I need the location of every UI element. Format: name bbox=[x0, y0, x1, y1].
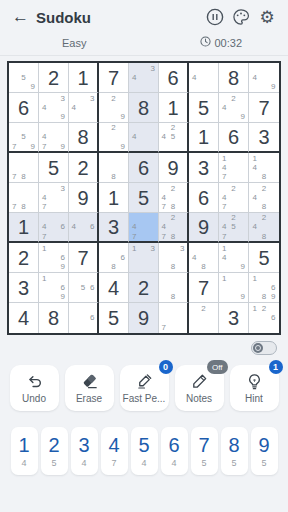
numpad-8[interactable]: 85 bbox=[221, 427, 248, 475]
pencil-marks: 4 bbox=[190, 64, 218, 92]
pencil-marks: 169 bbox=[40, 244, 68, 272]
cell-r1c5[interactable]: 34 bbox=[129, 63, 159, 93]
digit: 3 bbox=[258, 127, 269, 147]
cell-r9c7[interactable]: 2 bbox=[189, 303, 219, 333]
pencil-marks: 34 bbox=[130, 64, 158, 92]
pencil-marks: 6 bbox=[69, 304, 97, 332]
cell-r3c8[interactable]: 6 bbox=[219, 123, 249, 153]
digit: 2 bbox=[138, 278, 149, 298]
pencil-marks: 59 bbox=[10, 64, 38, 92]
pause-icon bbox=[205, 7, 225, 27]
pencil-marks: 34 bbox=[69, 94, 97, 122]
cell-r8c6[interactable]: 8 bbox=[159, 273, 189, 303]
notes-badge: Off bbox=[207, 360, 228, 374]
numpad-6[interactable]: 64 bbox=[161, 427, 188, 475]
cell-r7c5[interactable]: 13 bbox=[129, 243, 159, 273]
pencil-marks: 147 bbox=[220, 154, 248, 182]
digit: 2 bbox=[48, 68, 59, 88]
sudoku-board: 5921734648496349342981524975794798294245… bbox=[7, 61, 281, 335]
numpad-count: 5 bbox=[261, 459, 266, 468]
cell-r3c1[interactable]: 579 bbox=[9, 123, 39, 153]
undo-button[interactable]: Undo bbox=[10, 365, 59, 411]
digit: 8 bbox=[138, 98, 149, 118]
cell-r7c9[interactable]: 5 bbox=[249, 243, 279, 273]
numpad-digit: 3 bbox=[78, 435, 89, 455]
digit: 6 bbox=[228, 127, 239, 147]
cell-r7c3[interactable]: 7 bbox=[69, 243, 99, 273]
fast-pencil-icon bbox=[135, 372, 154, 391]
cell-r5c7[interactable]: 6 bbox=[189, 183, 219, 213]
digit: 4 bbox=[18, 308, 29, 328]
notes-label: Notes bbox=[186, 393, 212, 404]
cell-r7c1[interactable]: 2 bbox=[9, 243, 39, 273]
pencil-marks: 579 bbox=[10, 123, 38, 151]
cell-r6c9[interactable]: 248 bbox=[249, 213, 279, 243]
pencil-marks: 249 bbox=[220, 94, 248, 122]
pencil-marks: 78 bbox=[10, 154, 38, 182]
cell-r6c1[interactable]: 1 bbox=[9, 213, 39, 243]
pencil-marks: 29 bbox=[100, 123, 128, 151]
cell-r8c4[interactable]: 4 bbox=[99, 273, 129, 303]
cell-r9c5[interactable]: 9 bbox=[129, 303, 159, 333]
cell-r5c8[interactable]: 247 bbox=[219, 183, 249, 213]
digit: 5 bbox=[258, 248, 269, 268]
pencil-marks: 1689 bbox=[250, 274, 278, 302]
erase-label: Erase bbox=[76, 393, 102, 404]
cell-r5c6[interactable]: 2478 bbox=[159, 183, 189, 213]
cell-r8c2[interactable]: 169 bbox=[39, 273, 69, 303]
toolbar: Undo Erase 0 Fast Pe... Off bbox=[0, 365, 288, 411]
pencil-marks: 4 bbox=[130, 123, 158, 151]
back-arrow-icon[interactable]: ← bbox=[12, 7, 36, 27]
page-title: Sudoku bbox=[36, 9, 91, 26]
digit: 7 bbox=[198, 278, 209, 298]
cell-r5c4[interactable]: 1 bbox=[99, 183, 129, 213]
digit: 6 bbox=[18, 98, 29, 118]
pencil-marks: 56 bbox=[69, 274, 97, 302]
digit: 4 bbox=[108, 278, 119, 298]
numpad-2[interactable]: 25 bbox=[41, 427, 68, 475]
cell-r2c1[interactable]: 6 bbox=[9, 93, 39, 123]
cell-r4c3[interactable]: 2 bbox=[69, 153, 99, 183]
digit: 3 bbox=[198, 158, 209, 178]
cell-r7c4[interactable]: 68 bbox=[99, 243, 129, 273]
cell-r3c4[interactable]: 29 bbox=[99, 123, 129, 153]
numpad-4[interactable]: 47 bbox=[101, 427, 128, 475]
digit: 3 bbox=[18, 278, 29, 298]
header: ← Sudoku ⚙ bbox=[0, 0, 288, 34]
theme-button[interactable] bbox=[228, 4, 254, 30]
difficulty-label: Easy bbox=[62, 37, 86, 49]
digit: 6 bbox=[167, 68, 178, 88]
digit: 7 bbox=[108, 68, 119, 88]
cell-r6c4[interactable]: 3 bbox=[99, 213, 129, 243]
cell-r2c6[interactable]: 1 bbox=[159, 93, 189, 123]
pencil-marks: 248 bbox=[250, 184, 278, 212]
notes-pencil-icon bbox=[190, 372, 209, 391]
cell-r8c8[interactable]: 19 bbox=[219, 273, 249, 303]
numpad-digit: 7 bbox=[198, 435, 209, 455]
palette-icon bbox=[231, 7, 251, 27]
cell-r1c6[interactable]: 6 bbox=[159, 63, 189, 93]
pencil-marks: 248 bbox=[250, 213, 278, 241]
cell-r1c8[interactable]: 8 bbox=[219, 63, 249, 93]
numpad-3[interactable]: 34 bbox=[71, 427, 98, 475]
pencil-marks: 47 bbox=[130, 213, 158, 241]
clock-icon bbox=[200, 36, 211, 49]
pencil-marks: 19 bbox=[220, 274, 248, 302]
timer-value: 00:32 bbox=[214, 37, 242, 49]
pencil-marks: 8 bbox=[159, 274, 187, 302]
cell-r6c3[interactable]: 46 bbox=[69, 213, 99, 243]
cell-r9c2[interactable]: 8 bbox=[39, 303, 69, 333]
number-pad: 142534475464758595 bbox=[0, 427, 288, 475]
numpad-digit: 2 bbox=[48, 435, 59, 455]
timer: 00:32 bbox=[200, 36, 242, 49]
fast-pencil-button[interactable]: 0 Fast Pe... bbox=[120, 365, 169, 411]
digit: 8 bbox=[48, 308, 59, 328]
digit: 1 bbox=[77, 68, 88, 88]
digit: 5 bbox=[198, 98, 209, 118]
pencil-marks: 467 bbox=[40, 213, 68, 241]
pencil-marks: 247 bbox=[220, 184, 248, 212]
digit: 2 bbox=[77, 158, 88, 178]
digit: 9 bbox=[198, 217, 209, 237]
digit: 5 bbox=[138, 188, 149, 208]
cell-r2c9[interactable]: 7 bbox=[249, 93, 279, 123]
digit: 9 bbox=[167, 158, 178, 178]
pencil-marks: 8 bbox=[100, 154, 128, 182]
cell-r7c7[interactable]: 48 bbox=[189, 243, 219, 273]
cell-r6c6[interactable]: 2478 bbox=[159, 213, 189, 243]
hint-badge: 1 bbox=[269, 360, 283, 374]
cell-r4c2[interactable]: 5 bbox=[39, 153, 69, 183]
digit: 1 bbox=[18, 217, 29, 237]
cell-r7c6[interactable]: 38 bbox=[159, 243, 189, 273]
cell-r4c6[interactable]: 9 bbox=[159, 153, 189, 183]
cell-r6c7[interactable]: 9 bbox=[189, 213, 219, 243]
pencil-marks: 49 bbox=[250, 64, 278, 92]
cell-r9c9[interactable]: 126 bbox=[249, 303, 279, 333]
cell-r1c9[interactable]: 49 bbox=[249, 63, 279, 93]
toggle-row bbox=[0, 341, 277, 355]
digit: 6 bbox=[138, 158, 149, 178]
eraser-icon bbox=[80, 372, 99, 391]
cell-r1c1[interactable]: 59 bbox=[9, 63, 39, 93]
numpad-count: 4 bbox=[171, 459, 176, 468]
cell-r2c4[interactable]: 29 bbox=[99, 93, 129, 123]
cell-r2c3[interactable]: 34 bbox=[69, 93, 99, 123]
cell-r8c1[interactable]: 3 bbox=[9, 273, 39, 303]
cell-r4c5[interactable]: 6 bbox=[129, 153, 159, 183]
numpad-digit: 1 bbox=[18, 435, 29, 455]
pencil-marks: 347 bbox=[40, 184, 68, 212]
cell-r4c1[interactable]: 78 bbox=[9, 153, 39, 183]
numpad-count: 7 bbox=[111, 459, 116, 468]
numpad-5[interactable]: 54 bbox=[131, 427, 158, 475]
cell-r9c1[interactable]: 4 bbox=[9, 303, 39, 333]
numpad-count: 5 bbox=[201, 459, 206, 468]
numpad-count: 5 bbox=[51, 459, 56, 468]
cell-r2c7[interactable]: 5 bbox=[189, 93, 219, 123]
lightbulb-icon bbox=[245, 372, 264, 391]
pencil-marks: 245 bbox=[159, 123, 187, 151]
digit: 3 bbox=[228, 308, 239, 328]
numpad-digit: 9 bbox=[258, 435, 269, 455]
cell-r5c5[interactable]: 5 bbox=[129, 183, 159, 213]
settings-button[interactable]: ⚙ bbox=[254, 4, 280, 30]
cell-r1c7[interactable]: 4 bbox=[189, 63, 219, 93]
numpad-count: 4 bbox=[141, 459, 146, 468]
cell-r1c2[interactable]: 2 bbox=[39, 63, 69, 93]
digit: 8 bbox=[228, 68, 239, 88]
cell-r6c5[interactable]: 47 bbox=[129, 213, 159, 243]
cell-r9c8[interactable]: 3 bbox=[219, 303, 249, 333]
cell-r3c6[interactable]: 245 bbox=[159, 123, 189, 153]
digit: 5 bbox=[48, 158, 59, 178]
pencil-marks: 78 bbox=[10, 184, 38, 212]
cell-r4c9[interactable]: 148 bbox=[249, 153, 279, 183]
cell-r5c1[interactable]: 78 bbox=[9, 183, 39, 213]
numpad-count: 5 bbox=[231, 459, 236, 468]
fast-pencil-badge: 0 bbox=[159, 360, 173, 374]
pencil-marks: 126 bbox=[250, 304, 278, 332]
pencil-marks: 2457 bbox=[220, 213, 248, 241]
pencil-marks: 2478 bbox=[159, 184, 187, 212]
cell-r2c2[interactable]: 349 bbox=[39, 93, 69, 123]
digit: 3 bbox=[108, 217, 119, 237]
cell-r6c8[interactable]: 2457 bbox=[219, 213, 249, 243]
digit: 1 bbox=[167, 98, 178, 118]
cell-r4c8[interactable]: 147 bbox=[219, 153, 249, 183]
cell-r3c9[interactable]: 3 bbox=[249, 123, 279, 153]
cell-r3c2[interactable]: 479 bbox=[39, 123, 69, 153]
pencil-marks: 479 bbox=[40, 123, 68, 151]
cell-r4c4[interactable]: 8 bbox=[99, 153, 129, 183]
pencil-marks: 68 bbox=[100, 244, 128, 272]
numpad-digit: 5 bbox=[138, 435, 149, 455]
pencil-marks: 2 bbox=[190, 304, 218, 332]
cell-r2c8[interactable]: 249 bbox=[219, 93, 249, 123]
toggle-switch[interactable] bbox=[251, 341, 277, 355]
numpad-digit: 4 bbox=[108, 435, 119, 455]
cell-r9c4[interactable]: 5 bbox=[99, 303, 129, 333]
pencil-marks: 38 bbox=[159, 244, 187, 272]
digit: 1 bbox=[108, 188, 119, 208]
cell-r3c5[interactable]: 4 bbox=[129, 123, 159, 153]
numpad-7[interactable]: 75 bbox=[191, 427, 218, 475]
digit: 5 bbox=[108, 308, 119, 328]
cell-r2c5[interactable]: 8 bbox=[129, 93, 159, 123]
undo-icon bbox=[25, 372, 44, 391]
numpad-digit: 8 bbox=[228, 435, 239, 455]
hint-label: Hint bbox=[245, 393, 263, 404]
cell-r8c5[interactable]: 2 bbox=[129, 273, 159, 303]
numpad-count: 4 bbox=[21, 459, 26, 468]
numpad-9[interactable]: 95 bbox=[251, 427, 278, 475]
digit: 7 bbox=[77, 248, 88, 268]
digit: 1 bbox=[198, 127, 209, 147]
cell-r6c2[interactable]: 467 bbox=[39, 213, 69, 243]
pencil-marks: 46 bbox=[69, 213, 97, 241]
cell-r7c2[interactable]: 169 bbox=[39, 243, 69, 273]
pencil-marks: 48 bbox=[190, 244, 218, 272]
fast-pencil-label: Fast Pe... bbox=[123, 393, 166, 404]
gear-icon: ⚙ bbox=[259, 9, 274, 26]
numpad-count: 4 bbox=[81, 459, 86, 468]
cell-r5c2[interactable]: 347 bbox=[39, 183, 69, 213]
pencil-marks: 169 bbox=[40, 274, 68, 302]
erase-button[interactable]: Erase bbox=[65, 365, 114, 411]
cell-r8c9[interactable]: 1689 bbox=[249, 273, 279, 303]
cell-r5c3[interactable]: 9 bbox=[69, 183, 99, 213]
pencil-marks: 148 bbox=[250, 154, 278, 182]
pencil-marks: 7 bbox=[159, 304, 187, 332]
cell-r8c3[interactable]: 56 bbox=[69, 273, 99, 303]
toggle-knob bbox=[253, 343, 263, 353]
cell-r3c7[interactable]: 1 bbox=[189, 123, 219, 153]
cell-r1c4[interactable]: 7 bbox=[99, 63, 129, 93]
numpad-1[interactable]: 14 bbox=[11, 427, 38, 475]
pencil-marks: 2478 bbox=[159, 213, 187, 241]
cell-r9c6[interactable]: 7 bbox=[159, 303, 189, 333]
digit: 8 bbox=[77, 127, 88, 147]
numpad-digit: 6 bbox=[168, 435, 179, 455]
pencil-marks: 29 bbox=[100, 94, 128, 122]
cell-r3c3[interactable]: 8 bbox=[69, 123, 99, 153]
cell-r9c3[interactable]: 6 bbox=[69, 303, 99, 333]
pencil-marks: 13 bbox=[130, 244, 158, 272]
pencil-marks: 349 bbox=[40, 94, 68, 122]
undo-label: Undo bbox=[22, 393, 46, 404]
digit: 2 bbox=[18, 248, 29, 268]
status-bar: Easy 00:32 bbox=[0, 34, 288, 56]
cell-r5c9[interactable]: 248 bbox=[249, 183, 279, 213]
cell-r8c7[interactable]: 7 bbox=[189, 273, 219, 303]
digit: 9 bbox=[77, 188, 88, 208]
digit: 9 bbox=[138, 308, 149, 328]
digit: 6 bbox=[198, 188, 209, 208]
cell-r7c8[interactable]: 149 bbox=[219, 243, 249, 273]
cell-r4c7[interactable]: 3 bbox=[189, 153, 219, 183]
digit: 7 bbox=[258, 98, 269, 118]
pencil-marks: 149 bbox=[220, 244, 248, 272]
notes-button[interactable]: Off Notes bbox=[175, 365, 224, 411]
pause-button[interactable] bbox=[202, 4, 228, 30]
cell-r1c3[interactable]: 1 bbox=[69, 63, 99, 93]
hint-button[interactable]: 1 Hint bbox=[230, 365, 279, 411]
